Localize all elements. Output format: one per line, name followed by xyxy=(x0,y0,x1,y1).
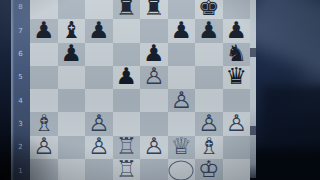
square-h7[interactable]: ♟ xyxy=(223,19,251,42)
square-a7[interactable]: ♟ xyxy=(30,19,58,42)
square-a5[interactable] xyxy=(30,66,58,89)
square-e3[interactable] xyxy=(140,112,168,135)
square-b5[interactable] xyxy=(58,66,86,89)
square-e5[interactable]: ♙ xyxy=(140,66,168,89)
square-d1[interactable]: ♖ xyxy=(113,159,141,180)
square-c4[interactable] xyxy=(85,89,113,112)
square-g7[interactable]: ♟ xyxy=(195,19,223,42)
rank-label-strip: 87654321 xyxy=(11,0,30,180)
square-f6[interactable] xyxy=(168,43,196,66)
piece-bP-f7[interactable]: ♟ xyxy=(168,17,196,44)
square-b3[interactable] xyxy=(58,112,86,135)
square-b6[interactable]: ♟ xyxy=(58,43,86,66)
square-e4[interactable] xyxy=(140,89,168,112)
piece-wR-d1[interactable]: ♖ xyxy=(113,156,141,180)
square-d3[interactable] xyxy=(113,112,141,135)
square-h2[interactable] xyxy=(223,136,251,159)
piece-wP-h3[interactable]: ♙ xyxy=(223,110,251,137)
edge-strip-tick-2 xyxy=(250,126,256,135)
rank-label-1: 1 xyxy=(11,160,30,180)
square-g3[interactable]: ♙ xyxy=(195,112,223,135)
square-b2[interactable] xyxy=(58,136,86,159)
square-f1[interactable] xyxy=(168,159,196,180)
square-e1[interactable] xyxy=(140,159,168,180)
piece-wP-e5[interactable]: ♙ xyxy=(140,63,168,90)
square-d4[interactable] xyxy=(113,89,141,112)
rank-label-4: 4 xyxy=(11,90,30,113)
square-g5[interactable] xyxy=(195,66,223,89)
rank-label-3: 3 xyxy=(11,113,30,136)
square-b7[interactable]: ♝ xyxy=(58,19,86,42)
rank-label-8: 8 xyxy=(11,0,30,19)
square-e8[interactable]: ♜ xyxy=(140,0,168,19)
square-c1[interactable] xyxy=(85,159,113,180)
piece-wP-c2[interactable]: ♙ xyxy=(85,133,113,160)
window-edge-strip xyxy=(250,0,256,178)
square-g4[interactable] xyxy=(195,89,223,112)
square-h3[interactable]: ♙ xyxy=(223,112,251,135)
square-a1[interactable] xyxy=(30,159,58,180)
square-e7[interactable] xyxy=(140,19,168,42)
square-d7[interactable] xyxy=(113,19,141,42)
square-h4[interactable] xyxy=(223,89,251,112)
piece-wK-g1[interactable]: ♔ xyxy=(195,156,223,180)
square-a4[interactable] xyxy=(30,89,58,112)
piece-bP-g7[interactable]: ♟ xyxy=(195,17,223,44)
piece-bR-d8[interactable]: ♜ xyxy=(113,0,141,21)
square-h5[interactable]: ♛ xyxy=(223,66,251,89)
square-f4[interactable]: ♙ xyxy=(168,89,196,112)
square-f2[interactable]: ♕ xyxy=(168,136,196,159)
square-c6[interactable] xyxy=(85,43,113,66)
piece-wP-e2[interactable]: ♙ xyxy=(140,133,168,160)
square-d8[interactable]: ♜ xyxy=(113,0,141,19)
edge-strip-tick-1 xyxy=(250,48,256,57)
square-e2[interactable]: ♙ xyxy=(140,136,168,159)
square-a3[interactable]: ♗ xyxy=(30,112,58,135)
square-h1[interactable] xyxy=(223,159,251,180)
monitor-left-edge xyxy=(0,0,11,180)
square-c2[interactable]: ♙ xyxy=(85,136,113,159)
square-a6[interactable] xyxy=(30,43,58,66)
piece-bR-e8[interactable]: ♜ xyxy=(140,0,168,21)
rank-label-6: 6 xyxy=(11,43,30,66)
piece-bP-b6[interactable]: ♟ xyxy=(58,40,86,67)
monitor-photo: 87654321 ♜♜♚♟♝♟♟♟♟♟♟♞♟♙♛♙♗♙♙♙♙♙♖♙♕♗♖♔ xyxy=(0,0,320,180)
square-f3[interactable] xyxy=(168,112,196,135)
square-c7[interactable]: ♟ xyxy=(85,19,113,42)
square-f7[interactable]: ♟ xyxy=(168,19,196,42)
square-g1[interactable]: ♔ xyxy=(195,159,223,180)
piece-bQ-h5[interactable]: ♛ xyxy=(223,63,251,90)
square-c3[interactable]: ♙ xyxy=(85,112,113,135)
rank-label-7: 7 xyxy=(11,19,30,42)
square-c5[interactable] xyxy=(85,66,113,89)
piece-bP-c7[interactable]: ♟ xyxy=(85,17,113,44)
square-a2[interactable]: ♙ xyxy=(30,136,58,159)
piece-bP-a7[interactable]: ♟ xyxy=(30,17,58,44)
chess-board[interactable]: ♜♜♚♟♝♟♟♟♟♟♟♞♟♙♛♙♗♙♙♙♙♙♖♙♕♗♖♔ xyxy=(30,0,250,180)
piece-wP-a2[interactable]: ♙ xyxy=(30,133,58,160)
square-b4[interactable] xyxy=(58,89,86,112)
piece-wP-f4[interactable]: ♙ xyxy=(168,87,196,114)
piece-wQ-f2[interactable]: ♕ xyxy=(168,133,196,160)
square-d5[interactable]: ♟ xyxy=(113,66,141,89)
square-b1[interactable] xyxy=(58,159,86,180)
square-g6[interactable] xyxy=(195,43,223,66)
rank-label-5: 5 xyxy=(11,66,30,89)
move-target-circle xyxy=(169,161,194,180)
square-f5[interactable] xyxy=(168,66,196,89)
piece-bP-d5[interactable]: ♟ xyxy=(113,63,141,90)
bezel-dark-area xyxy=(262,86,320,152)
rank-label-2: 2 xyxy=(11,136,30,159)
